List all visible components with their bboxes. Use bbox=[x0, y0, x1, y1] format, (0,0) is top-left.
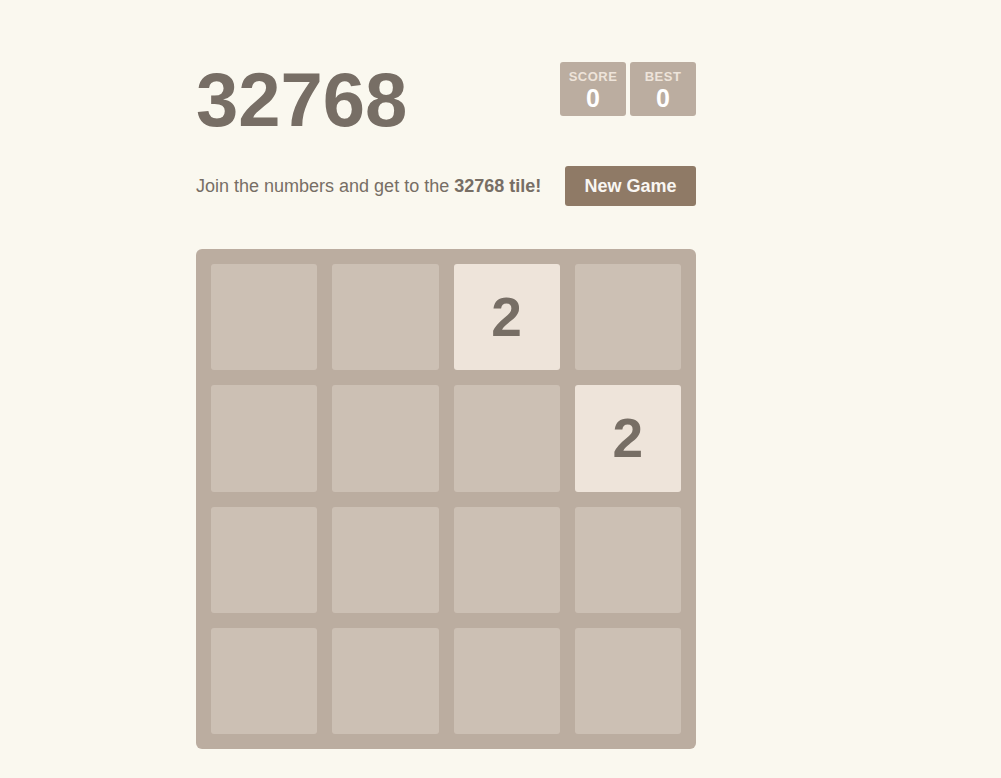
empty-cell bbox=[332, 264, 438, 370]
board-grid: 22 bbox=[211, 264, 681, 734]
score-label: SCORE bbox=[569, 69, 618, 85]
best-box: BEST 0 bbox=[630, 62, 696, 116]
score-box: SCORE 0 bbox=[560, 62, 626, 116]
subtitle-goal-text: 32768 tile! bbox=[454, 176, 541, 197]
empty-cell bbox=[454, 507, 560, 613]
empty-cell bbox=[454, 628, 560, 734]
empty-cell bbox=[332, 628, 438, 734]
best-label: BEST bbox=[645, 69, 682, 85]
subtitle-text: Join the numbers and get to the bbox=[196, 176, 454, 197]
tile-2: 2 bbox=[575, 385, 681, 491]
empty-cell bbox=[454, 385, 560, 491]
score-value: 0 bbox=[586, 85, 600, 112]
subtitle: Join the numbers and get to the 32768 ti… bbox=[196, 166, 541, 206]
empty-cell bbox=[211, 507, 317, 613]
empty-cell bbox=[332, 385, 438, 491]
empty-cell bbox=[211, 264, 317, 370]
page-title: 32768 bbox=[196, 58, 407, 142]
empty-cell bbox=[211, 385, 317, 491]
new-game-button[interactable]: New Game bbox=[565, 166, 696, 206]
tile-2: 2 bbox=[454, 264, 560, 370]
empty-cell bbox=[575, 507, 681, 613]
empty-cell bbox=[332, 507, 438, 613]
empty-cell bbox=[575, 264, 681, 370]
empty-cell bbox=[575, 628, 681, 734]
game-board: 22 bbox=[196, 249, 696, 749]
best-value: 0 bbox=[656, 85, 670, 112]
score-container: SCORE 0 BEST 0 bbox=[560, 62, 696, 116]
empty-cell bbox=[211, 628, 317, 734]
